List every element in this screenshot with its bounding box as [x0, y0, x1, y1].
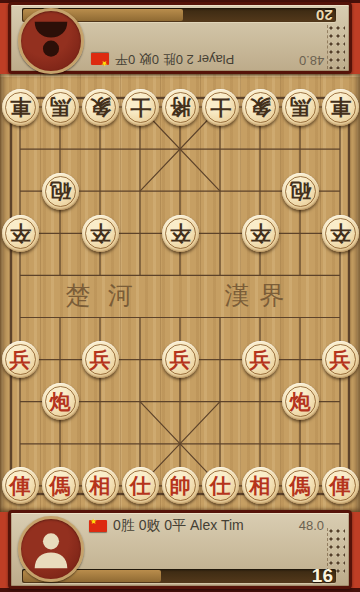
piece-red-炮[interactable]: 炮 — [282, 383, 319, 420]
piece-glyph: 卒 — [250, 223, 271, 244]
top-player-avatar[interactable] — [18, 8, 84, 74]
piece-glyph: 傌 — [50, 475, 71, 496]
piece-glyph: 帥 — [170, 475, 191, 496]
top-player-rating: 48.0 — [299, 53, 324, 68]
bottom-player-timer: 16 — [312, 565, 333, 587]
panel-rivet-dots — [327, 25, 345, 69]
piece-red-俥[interactable]: 俥 — [2, 467, 39, 504]
xiangqi-board[interactable]: 楚 河 漢 界 車馬象士將士象馬車砲砲卒卒卒卒卒兵兵兵兵兵炮炮俥傌相仕帥仕相傌俥 — [0, 74, 360, 512]
xiangqi-app-screen: 楚 河 漢 界 車馬象士將士象馬車砲砲卒卒卒卒卒兵兵兵兵兵炮炮俥傌相仕帥仕相傌俥… — [0, 0, 360, 592]
piece-black-卒[interactable]: 卒 — [2, 215, 39, 252]
piece-red-兵[interactable]: 兵 — [82, 341, 119, 378]
piece-glyph: 俥 — [330, 475, 351, 496]
piece-red-兵[interactable]: 兵 — [162, 341, 199, 378]
top-player-info-row: Player 2 0胜 0败 0平 — [91, 50, 234, 68]
piece-red-傌[interactable]: 傌 — [282, 467, 319, 504]
piece-glyph: 車 — [330, 97, 351, 118]
piece-glyph: 仕 — [210, 475, 231, 496]
piece-black-卒[interactable]: 卒 — [322, 215, 359, 252]
piece-black-砲[interactable]: 砲 — [42, 173, 79, 210]
piece-red-兵[interactable]: 兵 — [322, 341, 359, 378]
piece-red-兵[interactable]: 兵 — [2, 341, 39, 378]
piece-glyph: 炮 — [290, 391, 311, 412]
piece-red-相[interactable]: 相 — [82, 467, 119, 504]
bottom-player-panel: 0胜 0败 0平 Alex Tim 48.0 16 — [8, 510, 352, 589]
piece-red-仕[interactable]: 仕 — [122, 467, 159, 504]
piece-glyph: 卒 — [330, 223, 351, 244]
piece-glyph: 卒 — [170, 223, 191, 244]
piece-black-馬[interactable]: 馬 — [282, 89, 319, 126]
top-player-timer: 20 — [316, 7, 333, 24]
piece-glyph: 卒 — [10, 223, 31, 244]
piece-black-士[interactable]: 士 — [202, 89, 239, 126]
top-player-name-stats: Player 2 0胜 0败 0平 — [115, 50, 234, 68]
piece-red-帥[interactable]: 帥 — [162, 467, 199, 504]
piece-glyph: 車 — [10, 97, 31, 118]
piece-black-士[interactable]: 士 — [122, 89, 159, 126]
piece-red-仕[interactable]: 仕 — [202, 467, 239, 504]
piece-glyph: 傌 — [290, 475, 311, 496]
piece-glyph: 相 — [250, 475, 271, 496]
bottom-player-rating: 48.0 — [299, 518, 324, 533]
piece-red-傌[interactable]: 傌 — [42, 467, 79, 504]
piece-glyph: 兵 — [10, 349, 31, 370]
top-player-panel: 20 Player 2 0胜 0败 0平 48.0 — [8, 2, 352, 74]
piece-glyph: 士 — [210, 97, 231, 118]
piece-glyph: 馬 — [290, 97, 311, 118]
piece-black-將[interactable]: 將 — [162, 89, 199, 126]
piece-glyph: 兵 — [170, 349, 191, 370]
bottom-player-name-stats: 0胜 0败 0平 Alex Tim — [113, 517, 244, 535]
piece-black-象[interactable]: 象 — [82, 89, 119, 126]
piece-black-卒[interactable]: 卒 — [82, 215, 119, 252]
piece-glyph: 將 — [170, 97, 191, 118]
china-flag-icon — [91, 53, 109, 65]
piece-black-車[interactable]: 車 — [2, 89, 39, 126]
piece-glyph: 仕 — [130, 475, 151, 496]
piece-black-卒[interactable]: 卒 — [162, 215, 199, 252]
piece-black-車[interactable]: 車 — [322, 89, 359, 126]
piece-glyph: 俥 — [10, 475, 31, 496]
bottom-player-info-row: 0胜 0败 0平 Alex Tim — [89, 517, 244, 535]
piece-red-俥[interactable]: 俥 — [322, 467, 359, 504]
piece-glyph: 卒 — [90, 223, 111, 244]
piece-black-馬[interactable]: 馬 — [42, 89, 79, 126]
person-icon — [28, 526, 74, 572]
piece-glyph: 砲 — [290, 181, 311, 202]
piece-layer: 車馬象士將士象馬車砲砲卒卒卒卒卒兵兵兵兵兵炮炮俥傌相仕帥仕相傌俥 — [0, 86, 360, 507]
piece-glyph: 士 — [130, 97, 151, 118]
piece-glyph: 象 — [90, 97, 111, 118]
piece-glyph: 兵 — [250, 349, 271, 370]
piece-black-象[interactable]: 象 — [242, 89, 279, 126]
piece-glyph: 象 — [250, 97, 271, 118]
piece-glyph: 兵 — [330, 349, 351, 370]
piece-glyph: 馬 — [50, 97, 71, 118]
piece-glyph: 兵 — [90, 349, 111, 370]
piece-red-兵[interactable]: 兵 — [242, 341, 279, 378]
piece-black-砲[interactable]: 砲 — [282, 173, 319, 210]
piece-black-卒[interactable]: 卒 — [242, 215, 279, 252]
bottom-player-avatar[interactable] — [18, 516, 84, 582]
piece-glyph: 炮 — [50, 391, 71, 412]
piece-glyph: 相 — [90, 475, 111, 496]
person-icon — [28, 18, 74, 64]
piece-red-相[interactable]: 相 — [242, 467, 279, 504]
piece-glyph: 砲 — [50, 181, 71, 202]
piece-red-炮[interactable]: 炮 — [42, 383, 79, 420]
china-flag-icon — [89, 520, 107, 532]
